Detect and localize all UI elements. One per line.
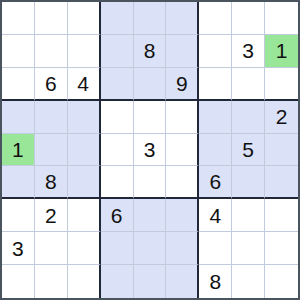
sudoku-cell-r3c4[interactable] [101,68,134,101]
sudoku-cell-r8c9[interactable] [265,232,298,265]
sudoku-cell-r3c5[interactable] [134,68,167,101]
sudoku-cell-r3c3[interactable]: 4 [68,68,101,101]
sudoku-cell-r4c8[interactable] [232,101,265,134]
sudoku-cell-r6c2[interactable]: 8 [35,166,68,199]
sudoku-cell-r3c7[interactable] [199,68,232,101]
sudoku-cell-r6c5[interactable] [134,166,167,199]
sudoku-cell-r5c8[interactable]: 5 [232,134,265,167]
sudoku-cell-r1c2[interactable] [35,2,68,35]
sudoku-cell-r5c6[interactable] [166,134,199,167]
sudoku-cell-r7c3[interactable] [68,199,101,232]
sudoku-cell-r1c6[interactable] [166,2,199,35]
sudoku-cell-r2c8[interactable]: 3 [232,35,265,68]
sudoku-cell-r9c8[interactable] [232,265,265,298]
sudoku-board: 83164921358626438 [0,0,300,300]
sudoku-cell-r9c9[interactable] [265,265,298,298]
sudoku-cell-r7c6[interactable] [166,199,199,232]
sudoku-cell-r8c1[interactable]: 3 [2,232,35,265]
sudoku-cell-r4c9[interactable]: 2 [265,101,298,134]
sudoku-cell-r1c9[interactable] [265,2,298,35]
sudoku-cell-r4c3[interactable] [68,101,101,134]
sudoku-cell-r3c9[interactable] [265,68,298,101]
sudoku-cell-r8c5[interactable] [134,232,167,265]
sudoku-cell-r7c8[interactable] [232,199,265,232]
sudoku-cell-r5c4[interactable] [101,134,134,167]
sudoku-cell-r3c2[interactable]: 6 [35,68,68,101]
sudoku-cell-r1c7[interactable] [199,2,232,35]
sudoku-cell-r6c6[interactable] [166,166,199,199]
sudoku-cell-r6c8[interactable] [232,166,265,199]
sudoku-cell-r5c1[interactable]: 1 [2,134,35,167]
sudoku-cell-r9c5[interactable] [134,265,167,298]
sudoku-cell-r2c5[interactable]: 8 [134,35,167,68]
sudoku-cell-r3c8[interactable] [232,68,265,101]
sudoku-cell-r3c1[interactable] [2,68,35,101]
sudoku-cell-r4c1[interactable] [2,101,35,134]
sudoku-cell-r2c1[interactable] [2,35,35,68]
sudoku-cell-r1c4[interactable] [101,2,134,35]
sudoku-cell-r7c1[interactable] [2,199,35,232]
sudoku-cell-r8c7[interactable] [199,232,232,265]
sudoku-cell-r6c3[interactable] [68,166,101,199]
sudoku-cell-r1c5[interactable] [134,2,167,35]
sudoku-cell-r6c1[interactable] [2,166,35,199]
sudoku-cell-r6c9[interactable] [265,166,298,199]
sudoku-cell-r7c2[interactable]: 2 [35,199,68,232]
sudoku-cell-r2c6[interactable] [166,35,199,68]
sudoku-cell-r1c3[interactable] [68,2,101,35]
sudoku-cell-r9c1[interactable] [2,265,35,298]
sudoku-cell-r8c6[interactable] [166,232,199,265]
sudoku-cell-r6c7[interactable]: 6 [199,166,232,199]
sudoku-cell-r4c2[interactable] [35,101,68,134]
sudoku-cell-r5c7[interactable] [199,134,232,167]
sudoku-cell-r5c9[interactable] [265,134,298,167]
sudoku-cell-r7c4[interactable]: 6 [101,199,134,232]
sudoku-cell-r5c2[interactable] [35,134,68,167]
sudoku-cell-r1c8[interactable] [232,2,265,35]
sudoku-cell-r2c9[interactable]: 1 [265,35,298,68]
sudoku-cell-r6c4[interactable] [101,166,134,199]
sudoku-cell-r4c7[interactable] [199,101,232,134]
sudoku-cell-r5c3[interactable] [68,134,101,167]
sudoku-cell-r7c7[interactable]: 4 [199,199,232,232]
sudoku-cell-r5c5[interactable]: 3 [134,134,167,167]
sudoku-cell-r9c3[interactable] [68,265,101,298]
sudoku-cell-r9c7[interactable]: 8 [199,265,232,298]
sudoku-cell-r9c4[interactable] [101,265,134,298]
sudoku-cell-r9c6[interactable] [166,265,199,298]
sudoku-cell-r4c5[interactable] [134,101,167,134]
sudoku-cell-r9c2[interactable] [35,265,68,298]
sudoku-cell-r2c7[interactable] [199,35,232,68]
sudoku-cell-r7c5[interactable] [134,199,167,232]
sudoku-cell-r2c3[interactable] [68,35,101,68]
sudoku-cell-r8c8[interactable] [232,232,265,265]
sudoku-cell-r1c1[interactable] [2,2,35,35]
sudoku-cell-r8c3[interactable] [68,232,101,265]
sudoku-cell-r2c2[interactable] [35,35,68,68]
sudoku-cell-r2c4[interactable] [101,35,134,68]
sudoku-cell-r4c4[interactable] [101,101,134,134]
sudoku-cell-r3c6[interactable]: 9 [166,68,199,101]
sudoku-cell-r8c4[interactable] [101,232,134,265]
sudoku-cell-r8c2[interactable] [35,232,68,265]
sudoku-cell-r7c9[interactable] [265,199,298,232]
sudoku-cell-r4c6[interactable] [166,101,199,134]
